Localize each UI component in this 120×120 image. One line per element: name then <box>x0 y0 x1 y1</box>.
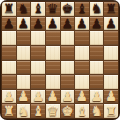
square-g8[interactable]: ♞ <box>90 2 104 16</box>
piece-white-pawn[interactable]: ♟ <box>18 90 30 103</box>
square-g4[interactable] <box>90 61 104 75</box>
square-g1[interactable]: ♞ <box>90 104 104 118</box>
square-c5[interactable] <box>31 46 45 60</box>
square-b5[interactable] <box>17 46 31 60</box>
board-grid: ♜♞♝♛♚♝♞♜♟♟♟♟♟♟♟♟♟♟♟♟♟♟♟♟♜♞♝♛♚♝♞♜ <box>2 2 118 118</box>
square-e4[interactable] <box>61 61 75 75</box>
square-c3[interactable] <box>31 75 45 89</box>
piece-black-pawn[interactable]: ♟ <box>91 17 103 30</box>
square-b7[interactable]: ♟ <box>17 17 31 31</box>
piece-white-queen[interactable]: ♛ <box>47 104 59 117</box>
piece-white-knight[interactable]: ♞ <box>18 104 30 117</box>
square-h5[interactable] <box>104 46 118 60</box>
square-e1[interactable]: ♚ <box>61 104 75 118</box>
piece-white-pawn[interactable]: ♟ <box>61 90 73 103</box>
square-a7[interactable]: ♟ <box>2 17 16 31</box>
piece-white-pawn[interactable]: ♟ <box>32 90 44 103</box>
piece-black-rook[interactable]: ♜ <box>3 2 15 15</box>
square-a4[interactable] <box>2 61 16 75</box>
square-f5[interactable] <box>75 46 89 60</box>
piece-black-knight[interactable]: ♞ <box>18 2 30 15</box>
square-d1[interactable]: ♛ <box>46 104 60 118</box>
square-d4[interactable] <box>46 61 60 75</box>
square-f3[interactable] <box>75 75 89 89</box>
square-e3[interactable] <box>61 75 75 89</box>
piece-white-king[interactable]: ♚ <box>61 104 73 117</box>
chess-board: ♜♞♝♛♚♝♞♜♟♟♟♟♟♟♟♟♟♟♟♟♟♟♟♟♜♞♝♛♚♝♞♜ <box>0 0 120 120</box>
square-b1[interactable]: ♞ <box>17 104 31 118</box>
square-d7[interactable]: ♟ <box>46 17 60 31</box>
square-b6[interactable] <box>17 31 31 45</box>
square-a6[interactable] <box>2 31 16 45</box>
piece-white-rook[interactable]: ♜ <box>105 104 117 117</box>
square-e8[interactable]: ♚ <box>61 2 75 16</box>
piece-white-rook[interactable]: ♜ <box>3 104 15 117</box>
square-f7[interactable]: ♟ <box>75 17 89 31</box>
piece-black-bishop[interactable]: ♝ <box>32 2 44 15</box>
square-h1[interactable]: ♜ <box>104 104 118 118</box>
square-b4[interactable] <box>17 61 31 75</box>
square-e6[interactable] <box>61 31 75 45</box>
piece-black-pawn[interactable]: ♟ <box>76 17 88 30</box>
square-h8[interactable]: ♜ <box>104 2 118 16</box>
piece-black-rook[interactable]: ♜ <box>105 2 117 15</box>
square-d3[interactable] <box>46 75 60 89</box>
square-h3[interactable] <box>104 75 118 89</box>
square-a5[interactable] <box>2 46 16 60</box>
square-d2[interactable]: ♟ <box>46 90 60 104</box>
square-b3[interactable] <box>17 75 31 89</box>
square-f2[interactable]: ♟ <box>75 90 89 104</box>
square-c6[interactable] <box>31 31 45 45</box>
square-h6[interactable] <box>104 31 118 45</box>
piece-black-pawn[interactable]: ♟ <box>61 17 73 30</box>
square-a1[interactable]: ♜ <box>2 104 16 118</box>
square-g5[interactable] <box>90 46 104 60</box>
piece-white-pawn[interactable]: ♟ <box>105 90 117 103</box>
piece-black-queen[interactable]: ♛ <box>47 2 59 15</box>
piece-black-pawn[interactable]: ♟ <box>47 17 59 30</box>
square-f4[interactable] <box>75 61 89 75</box>
piece-white-pawn[interactable]: ♟ <box>91 90 103 103</box>
square-d8[interactable]: ♛ <box>46 2 60 16</box>
piece-white-pawn[interactable]: ♟ <box>76 90 88 103</box>
square-c1[interactable]: ♝ <box>31 104 45 118</box>
square-g2[interactable]: ♟ <box>90 90 104 104</box>
square-g7[interactable]: ♟ <box>90 17 104 31</box>
piece-white-pawn[interactable]: ♟ <box>3 90 15 103</box>
piece-black-knight[interactable]: ♞ <box>91 2 103 15</box>
square-c2[interactable]: ♟ <box>31 90 45 104</box>
piece-white-bishop[interactable]: ♝ <box>76 104 88 117</box>
piece-black-pawn[interactable]: ♟ <box>3 17 15 30</box>
square-c4[interactable] <box>31 61 45 75</box>
square-h2[interactable]: ♟ <box>104 90 118 104</box>
square-g3[interactable] <box>90 75 104 89</box>
square-e5[interactable] <box>61 46 75 60</box>
piece-black-pawn[interactable]: ♟ <box>105 17 117 30</box>
square-a2[interactable]: ♟ <box>2 90 16 104</box>
square-c7[interactable]: ♟ <box>31 17 45 31</box>
square-e2[interactable]: ♟ <box>61 90 75 104</box>
square-h4[interactable] <box>104 61 118 75</box>
piece-black-pawn[interactable]: ♟ <box>18 17 30 30</box>
square-f8[interactable]: ♝ <box>75 2 89 16</box>
square-b2[interactable]: ♟ <box>17 90 31 104</box>
piece-black-king[interactable]: ♚ <box>61 2 73 15</box>
square-d6[interactable] <box>46 31 60 45</box>
piece-white-knight[interactable]: ♞ <box>91 104 103 117</box>
square-c8[interactable]: ♝ <box>31 2 45 16</box>
square-a8[interactable]: ♜ <box>2 2 16 16</box>
piece-black-bishop[interactable]: ♝ <box>76 2 88 15</box>
square-g6[interactable] <box>90 31 104 45</box>
square-h7[interactable]: ♟ <box>104 17 118 31</box>
square-f1[interactable]: ♝ <box>75 104 89 118</box>
square-b8[interactable]: ♞ <box>17 2 31 16</box>
square-e7[interactable]: ♟ <box>61 17 75 31</box>
piece-white-bishop[interactable]: ♝ <box>32 104 44 117</box>
piece-black-pawn[interactable]: ♟ <box>32 17 44 30</box>
piece-white-pawn[interactable]: ♟ <box>47 90 59 103</box>
square-a3[interactable] <box>2 75 16 89</box>
square-f6[interactable] <box>75 31 89 45</box>
square-d5[interactable] <box>46 46 60 60</box>
